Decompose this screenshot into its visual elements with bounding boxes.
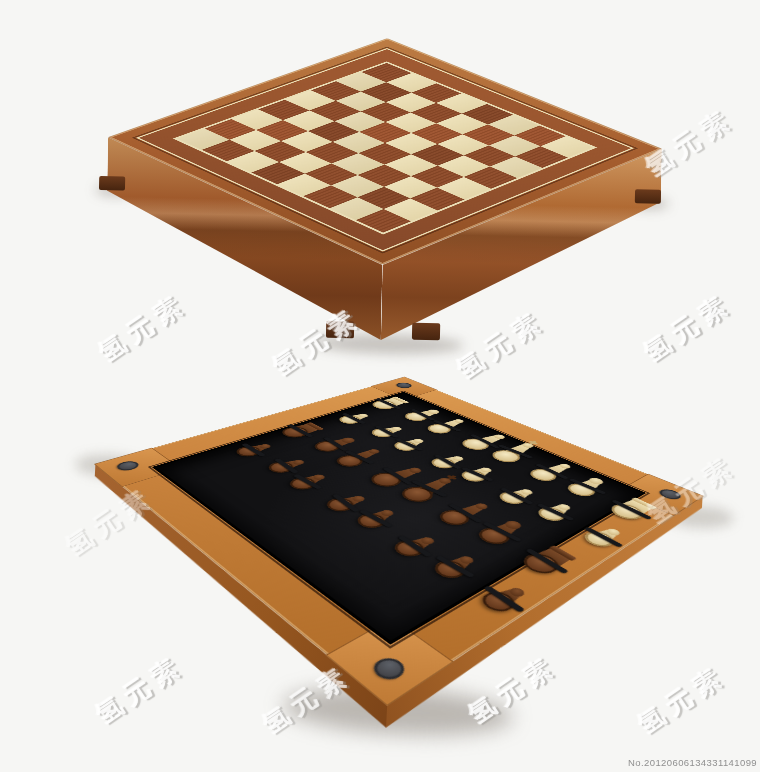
tray-piece-dark-P [352, 507, 399, 531]
tray-piece-dark-N [474, 518, 529, 548]
tray-piece-light-P [336, 412, 372, 426]
corner-disc [393, 382, 414, 389]
tray-piece-light-P [495, 486, 538, 506]
tray-piece-light-P [457, 465, 497, 484]
tray-piece-dark-P [233, 442, 274, 459]
tray-piece-dark-P [285, 472, 329, 492]
tray-piece-light-N [563, 475, 610, 498]
tray-piece-dark-B [332, 446, 385, 468]
tray-piece-light-P [368, 425, 406, 439]
tray-piece-light-P [534, 501, 577, 523]
tray-piece-dark-P [389, 533, 439, 559]
tray-piece-light-R [368, 397, 408, 411]
corner-disc [656, 488, 684, 502]
piece-storage-tray [0, 0, 760, 772]
corner-disc [368, 654, 410, 683]
watermark-serial: No.20120606134331141099 [628, 757, 757, 768]
tray-piece-dark-P [265, 457, 308, 475]
tray-piece-light-P [390, 437, 428, 453]
tray-piece-dark-P [429, 552, 480, 581]
corner-disc [114, 460, 142, 473]
